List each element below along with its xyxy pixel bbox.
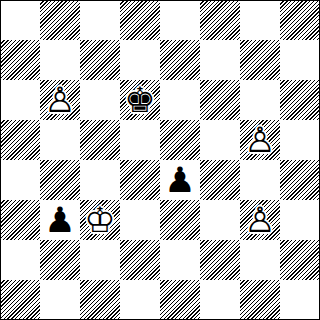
square-d8[interactable] — [120, 0, 160, 40]
square-e3[interactable] — [160, 200, 200, 240]
square-b3[interactable]: ♟ — [40, 200, 80, 240]
piece-white-king[interactable]: ♚♔ — [80, 200, 120, 240]
piece-black-pawn[interactable]: ♟ — [160, 160, 200, 200]
square-f3[interactable] — [200, 200, 240, 240]
square-h5[interactable] — [280, 120, 320, 160]
square-h8[interactable] — [280, 0, 320, 40]
square-h7[interactable] — [280, 40, 320, 80]
square-g6[interactable] — [240, 80, 280, 120]
square-d3[interactable] — [120, 200, 160, 240]
square-c6[interactable] — [80, 80, 120, 120]
square-f6[interactable] — [200, 80, 240, 120]
square-c4[interactable] — [80, 160, 120, 200]
square-b2[interactable] — [40, 240, 80, 280]
piece-white-pawn[interactable]: ♟♙ — [240, 120, 280, 160]
square-g1[interactable] — [240, 280, 280, 320]
white-pawn-outline: ♙ — [240, 120, 280, 160]
square-f8[interactable] — [200, 0, 240, 40]
square-g3[interactable]: ♟♙ — [240, 200, 280, 240]
square-c8[interactable] — [80, 0, 120, 40]
square-h3[interactable] — [280, 200, 320, 240]
chess-board: ♟♙♚♟♙♟♟♚♔♟♙ — [0, 0, 320, 320]
square-e2[interactable] — [160, 240, 200, 280]
square-a4[interactable] — [0, 160, 40, 200]
piece-black-king[interactable]: ♚ — [120, 80, 160, 120]
square-e4[interactable]: ♟ — [160, 160, 200, 200]
square-g2[interactable] — [240, 240, 280, 280]
white-king-outline: ♔ — [80, 200, 120, 240]
square-b1[interactable] — [40, 280, 80, 320]
square-h1[interactable] — [280, 280, 320, 320]
square-e1[interactable] — [160, 280, 200, 320]
piece-black-pawn[interactable]: ♟ — [40, 200, 80, 240]
square-c5[interactable] — [80, 120, 120, 160]
square-a3[interactable] — [0, 200, 40, 240]
square-g4[interactable] — [240, 160, 280, 200]
square-c3[interactable]: ♚♔ — [80, 200, 120, 240]
square-a1[interactable] — [0, 280, 40, 320]
square-h6[interactable] — [280, 80, 320, 120]
square-c2[interactable] — [80, 240, 120, 280]
piece-white-pawn[interactable]: ♟♙ — [240, 200, 280, 240]
black-pawn-glyph: ♟ — [160, 160, 200, 200]
square-a6[interactable] — [0, 80, 40, 120]
white-pawn-outline: ♙ — [40, 80, 80, 120]
piece-white-pawn[interactable]: ♟♙ — [40, 80, 80, 120]
square-b7[interactable] — [40, 40, 80, 80]
square-g7[interactable] — [240, 40, 280, 80]
square-a8[interactable] — [0, 0, 40, 40]
square-d7[interactable] — [120, 40, 160, 80]
white-pawn-outline: ♙ — [240, 200, 280, 240]
square-e6[interactable] — [160, 80, 200, 120]
square-a2[interactable] — [0, 240, 40, 280]
square-f4[interactable] — [200, 160, 240, 200]
square-d6[interactable]: ♚ — [120, 80, 160, 120]
square-b8[interactable] — [40, 0, 80, 40]
square-d5[interactable] — [120, 120, 160, 160]
square-b4[interactable] — [40, 160, 80, 200]
square-d2[interactable] — [120, 240, 160, 280]
black-king-glyph: ♚ — [120, 80, 160, 120]
square-e7[interactable] — [160, 40, 200, 80]
square-h4[interactable] — [280, 160, 320, 200]
square-c1[interactable] — [80, 280, 120, 320]
square-b6[interactable]: ♟♙ — [40, 80, 80, 120]
black-pawn-glyph: ♟ — [40, 200, 80, 240]
square-f7[interactable] — [200, 40, 240, 80]
square-h2[interactable] — [280, 240, 320, 280]
square-b5[interactable] — [40, 120, 80, 160]
square-a5[interactable] — [0, 120, 40, 160]
square-e8[interactable] — [160, 0, 200, 40]
square-d1[interactable] — [120, 280, 160, 320]
square-f5[interactable] — [200, 120, 240, 160]
square-a7[interactable] — [0, 40, 40, 80]
square-f1[interactable] — [200, 280, 240, 320]
square-f2[interactable] — [200, 240, 240, 280]
square-e5[interactable] — [160, 120, 200, 160]
square-c7[interactable] — [80, 40, 120, 80]
square-g8[interactable] — [240, 0, 280, 40]
square-d4[interactable] — [120, 160, 160, 200]
square-g5[interactable]: ♟♙ — [240, 120, 280, 160]
